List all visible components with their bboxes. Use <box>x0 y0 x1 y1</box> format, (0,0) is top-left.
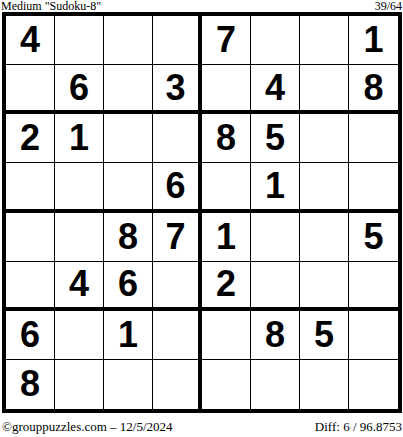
cell-r2c6[interactable]: 4 <box>251 65 300 114</box>
cell-r7c6[interactable]: 8 <box>251 311 300 360</box>
cell-r2c5[interactable] <box>202 65 251 114</box>
cell-r3c6[interactable]: 5 <box>251 114 300 163</box>
cell-r8c6[interactable] <box>251 360 300 409</box>
cell-r6c6[interactable] <box>251 262 300 311</box>
difficulty-label: Diff: 6 / 96.8753 <box>315 420 402 434</box>
cell-r6c3[interactable]: 6 <box>104 262 153 311</box>
cell-r5c3[interactable]: 8 <box>104 213 153 262</box>
sudoku-board: 4716348218561871546261858 <box>2 12 402 413</box>
cell-r3c8[interactable] <box>349 114 398 163</box>
cell-r6c7[interactable] <box>300 262 349 311</box>
cell-r8c5[interactable] <box>202 360 251 409</box>
cell-r3c4[interactable] <box>153 114 202 163</box>
cell-r6c8[interactable] <box>349 262 398 311</box>
cell-r2c1[interactable] <box>6 65 55 114</box>
cell-r8c4[interactable] <box>153 360 202 409</box>
cell-r3c1[interactable]: 2 <box>6 114 55 163</box>
cell-r2c4[interactable]: 3 <box>153 65 202 114</box>
cell-r5c1[interactable] <box>6 213 55 262</box>
cell-r7c8[interactable] <box>349 311 398 360</box>
cell-r8c8[interactable] <box>349 360 398 409</box>
cell-r1c5[interactable]: 7 <box>202 16 251 65</box>
cell-r3c3[interactable] <box>104 114 153 163</box>
cell-r5c2[interactable] <box>55 213 104 262</box>
cell-r1c6[interactable] <box>251 16 300 65</box>
cell-r1c1[interactable]: 4 <box>6 16 55 65</box>
copyright-date: ©grouppuzzles.com – 12/5/2024 <box>2 420 173 434</box>
cell-r5c8[interactable]: 5 <box>349 213 398 262</box>
puzzle-header: Medium "Sudoku-8" 39/64 <box>0 0 403 12</box>
cell-r2c8[interactable]: 8 <box>349 65 398 114</box>
puzzle-footer: ©grouppuzzles.com – 12/5/2024 Diff: 6 / … <box>0 418 403 435</box>
cell-r4c5[interactable] <box>202 163 251 212</box>
cell-r6c4[interactable] <box>153 262 202 311</box>
cell-r4c4[interactable]: 6 <box>153 163 202 212</box>
cell-r4c3[interactable] <box>104 163 153 212</box>
cell-r2c2[interactable]: 6 <box>55 65 104 114</box>
puzzle-title: Medium "Sudoku-8" <box>1 1 101 12</box>
cell-r8c3[interactable] <box>104 360 153 409</box>
cell-r5c6[interactable] <box>251 213 300 262</box>
cell-r4c2[interactable] <box>55 163 104 212</box>
cell-r6c1[interactable] <box>6 262 55 311</box>
cell-r7c4[interactable] <box>153 311 202 360</box>
cell-r7c5[interactable] <box>202 311 251 360</box>
cell-r8c2[interactable] <box>55 360 104 409</box>
cell-r1c8[interactable]: 1 <box>349 16 398 65</box>
cell-r2c7[interactable] <box>300 65 349 114</box>
cell-r7c1[interactable]: 6 <box>6 311 55 360</box>
cell-r4c7[interactable] <box>300 163 349 212</box>
cell-r7c3[interactable]: 1 <box>104 311 153 360</box>
cell-r3c7[interactable] <box>300 114 349 163</box>
cell-r7c2[interactable] <box>55 311 104 360</box>
cell-r1c2[interactable] <box>55 16 104 65</box>
cell-r4c8[interactable] <box>349 163 398 212</box>
cell-r6c2[interactable]: 4 <box>55 262 104 311</box>
cell-r1c3[interactable] <box>104 16 153 65</box>
cell-r8c7[interactable] <box>300 360 349 409</box>
cell-r5c5[interactable]: 1 <box>202 213 251 262</box>
cell-r4c1[interactable] <box>6 163 55 212</box>
empty-cell-counter: 39/64 <box>375 1 402 12</box>
cell-r3c5[interactable]: 8 <box>202 114 251 163</box>
cell-r5c7[interactable] <box>300 213 349 262</box>
cell-r7c7[interactable]: 5 <box>300 311 349 360</box>
cell-r1c7[interactable] <box>300 16 349 65</box>
cell-r6c5[interactable]: 2 <box>202 262 251 311</box>
cell-r8c1[interactable]: 8 <box>6 360 55 409</box>
cell-r4c6[interactable]: 1 <box>251 163 300 212</box>
cell-r1c4[interactable] <box>153 16 202 65</box>
cell-r2c3[interactable] <box>104 65 153 114</box>
cell-r3c2[interactable]: 1 <box>55 114 104 163</box>
cell-r5c4[interactable]: 7 <box>153 213 202 262</box>
